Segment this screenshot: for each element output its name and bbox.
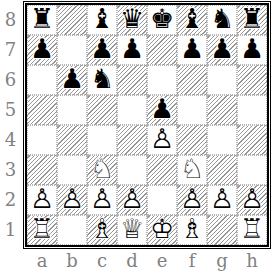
square-b6[interactable]: ♟	[57, 65, 87, 95]
square-c1[interactable]: ♝♗	[87, 215, 117, 245]
file-label-d: d	[117, 250, 147, 272]
square-f7[interactable]: ♟	[177, 35, 207, 65]
square-g3[interactable]	[207, 155, 237, 185]
square-f5[interactable]	[177, 95, 207, 125]
square-a2[interactable]: ♟♙	[27, 185, 57, 215]
file-label-h: h	[237, 250, 267, 272]
piece-white-rook: ♖	[27, 214, 57, 244]
square-f4[interactable]	[177, 125, 207, 155]
piece-white-rook: ♖	[237, 214, 267, 244]
square-a6[interactable]	[27, 65, 57, 95]
file-label-g: g	[207, 250, 237, 272]
piece-black-pawn: ♟	[117, 34, 147, 64]
square-a1[interactable]: ♜♖	[27, 215, 57, 245]
square-b8[interactable]	[57, 5, 87, 35]
square-e4[interactable]: ♟♙	[147, 125, 177, 155]
piece-white-pawn: ♙	[117, 184, 147, 214]
square-a7[interactable]: ♟	[27, 35, 57, 65]
rank-label-5: 5	[0, 95, 21, 125]
piece-white-bishop: ♗	[177, 214, 207, 244]
piece-black-pawn: ♟	[207, 34, 237, 64]
square-g8[interactable]: ♞	[207, 5, 237, 35]
square-c8[interactable]: ♝	[87, 5, 117, 35]
piece-white-pawn: ♙	[177, 184, 207, 214]
square-g1[interactable]	[207, 215, 237, 245]
square-a5[interactable]	[27, 95, 57, 125]
file-label-e: e	[147, 250, 177, 272]
piece-black-pawn: ♟	[57, 64, 87, 94]
square-d6[interactable]	[117, 65, 147, 95]
piece-white-pawn: ♙	[207, 184, 237, 214]
piece-black-pawn: ♟	[147, 94, 177, 124]
board-grid: ♜♝♛♚♝♞♜♟♟♟♟♟♟♟♞♟♟♙♞♘♞♘♟♙♟♙♟♙♟♙♟♙♟♙♟♙♜♖♝♗…	[27, 5, 267, 245]
file-label-f: f	[177, 250, 207, 272]
square-f2[interactable]: ♟♙	[177, 185, 207, 215]
file-label-c: c	[87, 250, 117, 272]
square-d4[interactable]	[117, 125, 147, 155]
square-b7[interactable]	[57, 35, 87, 65]
square-c6[interactable]: ♞	[87, 65, 117, 95]
piece-black-knight: ♞	[207, 4, 237, 34]
square-b2[interactable]: ♟♙	[57, 185, 87, 215]
square-g7[interactable]: ♟	[207, 35, 237, 65]
square-f3[interactable]: ♞♘	[177, 155, 207, 185]
rank-label-8: 8	[0, 5, 21, 35]
square-a8[interactable]: ♜	[27, 5, 57, 35]
chess-diagram: 87654321 ♜♝♛♚♝♞♜♟♟♟♟♟♟♟♞♟♟♙♞♘♞♘♟♙♟♙♟♙♟♙♟…	[0, 0, 273, 273]
file-labels: abcdefgh	[27, 250, 267, 272]
square-f1[interactable]: ♝♗	[177, 215, 207, 245]
square-d2[interactable]: ♟♙	[117, 185, 147, 215]
piece-white-pawn: ♙	[237, 184, 267, 214]
rank-label-3: 3	[0, 155, 21, 185]
piece-black-pawn: ♟	[177, 34, 207, 64]
square-e7[interactable]	[147, 35, 177, 65]
square-h8[interactable]: ♜	[237, 5, 267, 35]
piece-black-queen: ♛	[117, 4, 147, 34]
square-d3[interactable]	[117, 155, 147, 185]
square-e5[interactable]: ♟	[147, 95, 177, 125]
square-g4[interactable]	[207, 125, 237, 155]
rank-label-2: 2	[0, 185, 21, 215]
square-c7[interactable]: ♟	[87, 35, 117, 65]
square-f8[interactable]: ♝	[177, 5, 207, 35]
square-b5[interactable]	[57, 95, 87, 125]
square-g6[interactable]	[207, 65, 237, 95]
piece-white-knight: ♘	[177, 154, 207, 184]
square-d8[interactable]: ♛	[117, 5, 147, 35]
board-border: ♜♝♛♚♝♞♜♟♟♟♟♟♟♟♞♟♟♙♞♘♞♘♟♙♟♙♟♙♟♙♟♙♟♙♟♙♜♖♝♗…	[25, 3, 269, 247]
square-e6[interactable]	[147, 65, 177, 95]
piece-black-bishop: ♝	[87, 4, 117, 34]
piece-black-knight: ♞	[87, 64, 117, 94]
square-h5[interactable]	[237, 95, 267, 125]
square-b1[interactable]	[57, 215, 87, 245]
square-c4[interactable]	[87, 125, 117, 155]
piece-white-king: ♔	[147, 214, 177, 244]
square-e8[interactable]: ♚	[147, 5, 177, 35]
square-b3[interactable]	[57, 155, 87, 185]
rank-label-4: 4	[0, 125, 21, 155]
square-d7[interactable]: ♟	[117, 35, 147, 65]
piece-white-pawn: ♙	[147, 124, 177, 154]
chess-board: ♜♝♛♚♝♞♜♟♟♟♟♟♟♟♞♟♟♙♞♘♞♘♟♙♟♙♟♙♟♙♟♙♟♙♟♙♜♖♝♗…	[23, 1, 271, 249]
piece-white-pawn: ♙	[87, 184, 117, 214]
square-d5[interactable]	[117, 95, 147, 125]
square-e3[interactable]	[147, 155, 177, 185]
piece-white-queen: ♕	[117, 214, 147, 244]
piece-white-pawn: ♙	[27, 184, 57, 214]
file-label-a: a	[27, 250, 57, 272]
square-h6[interactable]	[237, 65, 267, 95]
square-b4[interactable]	[57, 125, 87, 155]
rank-label-1: 1	[0, 215, 21, 245]
rank-label-6: 6	[0, 65, 21, 95]
square-c5[interactable]	[87, 95, 117, 125]
piece-black-rook: ♜	[237, 4, 267, 34]
piece-black-bishop: ♝	[177, 4, 207, 34]
square-c2[interactable]: ♟♙	[87, 185, 117, 215]
square-e1[interactable]: ♚♔	[147, 215, 177, 245]
square-a3[interactable]	[27, 155, 57, 185]
rank-labels: 87654321	[0, 5, 21, 245]
square-c3[interactable]: ♞♘	[87, 155, 117, 185]
square-e2[interactable]	[147, 185, 177, 215]
square-f6[interactable]	[177, 65, 207, 95]
piece-black-pawn: ♟	[27, 34, 57, 64]
square-h7[interactable]: ♟	[237, 35, 267, 65]
rank-label-7: 7	[0, 35, 21, 65]
piece-black-king: ♚	[147, 4, 177, 34]
piece-white-knight: ♘	[87, 154, 117, 184]
piece-black-pawn: ♟	[237, 34, 267, 64]
piece-black-rook: ♜	[27, 4, 57, 34]
piece-white-pawn: ♙	[57, 184, 87, 214]
square-a4[interactable]	[27, 125, 57, 155]
square-h3[interactable]	[237, 155, 267, 185]
square-h1[interactable]: ♜♖	[237, 215, 267, 245]
piece-black-pawn: ♟	[87, 34, 117, 64]
file-label-b: b	[57, 250, 87, 272]
square-g5[interactable]	[207, 95, 237, 125]
piece-white-bishop: ♗	[87, 214, 117, 244]
square-h2[interactable]: ♟♙	[237, 185, 267, 215]
square-d1[interactable]: ♛♕	[117, 215, 147, 245]
square-g2[interactable]: ♟♙	[207, 185, 237, 215]
square-h4[interactable]	[237, 125, 267, 155]
